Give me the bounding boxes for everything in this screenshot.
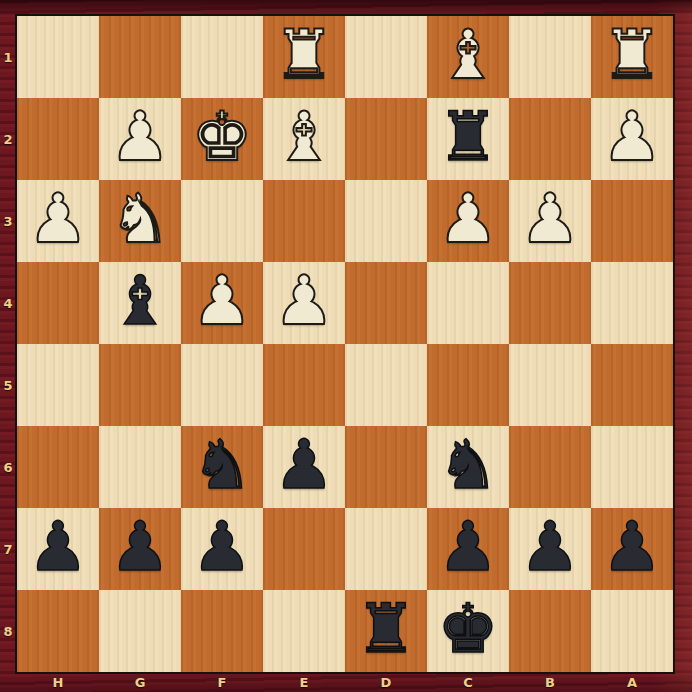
square-c2[interactable]: ♜: [427, 98, 509, 180]
rank-label-3: 3: [0, 180, 16, 262]
square-f4[interactable]: ♟: [181, 262, 263, 344]
square-e1[interactable]: ♜: [263, 16, 345, 98]
square-a6[interactable]: [591, 426, 673, 508]
square-h3[interactable]: ♟: [17, 180, 99, 262]
rank-label-8: 8: [0, 590, 16, 672]
square-g6[interactable]: [99, 426, 181, 508]
file-label-h: H: [17, 672, 99, 692]
black-knight[interactable]: ♞: [192, 431, 253, 499]
square-f3[interactable]: [181, 180, 263, 262]
square-e6[interactable]: ♟: [263, 426, 345, 508]
square-e4[interactable]: ♟: [263, 262, 345, 344]
square-d2[interactable]: [345, 98, 427, 180]
file-label-f: F: [181, 672, 263, 692]
square-d3[interactable]: [345, 180, 427, 262]
square-g3[interactable]: ♞: [99, 180, 181, 262]
rank-label-2: 2: [0, 98, 16, 180]
rank-label-7: 7: [0, 508, 16, 590]
square-g8[interactable]: [99, 590, 181, 672]
square-g2[interactable]: ♟: [99, 98, 181, 180]
square-e8[interactable]: [263, 590, 345, 672]
white-bishop[interactable]: ♝: [274, 103, 335, 171]
black-pawn[interactable]: ♟: [28, 513, 89, 581]
black-pawn[interactable]: ♟: [192, 513, 253, 581]
white-king[interactable]: ♚: [192, 103, 253, 171]
white-pawn[interactable]: ♟: [602, 103, 663, 171]
black-king[interactable]: ♚: [438, 595, 499, 663]
white-pawn[interactable]: ♟: [438, 185, 499, 253]
white-rook[interactable]: ♜: [602, 21, 663, 89]
black-rook[interactable]: ♜: [438, 103, 499, 171]
square-a4[interactable]: [591, 262, 673, 344]
square-a3[interactable]: [591, 180, 673, 262]
square-e5[interactable]: [263, 344, 345, 426]
file-label-c: C: [427, 672, 509, 692]
white-rook[interactable]: ♜: [274, 21, 335, 89]
square-e7[interactable]: [263, 508, 345, 590]
square-d5[interactable]: [345, 344, 427, 426]
square-a5[interactable]: [591, 344, 673, 426]
square-f7[interactable]: ♟: [181, 508, 263, 590]
square-c3[interactable]: ♟: [427, 180, 509, 262]
white-pawn[interactable]: ♟: [28, 185, 89, 253]
rank-label-1: 1: [0, 16, 16, 98]
white-pawn[interactable]: ♟: [274, 267, 335, 335]
black-pawn[interactable]: ♟: [438, 513, 499, 581]
file-label-b: B: [509, 672, 591, 692]
square-d1[interactable]: [345, 16, 427, 98]
square-h8[interactable]: [17, 590, 99, 672]
square-h6[interactable]: [17, 426, 99, 508]
square-f1[interactable]: [181, 16, 263, 98]
square-b3[interactable]: ♟: [509, 180, 591, 262]
square-f5[interactable]: [181, 344, 263, 426]
square-g1[interactable]: [99, 16, 181, 98]
white-knight[interactable]: ♞: [110, 185, 171, 253]
square-d4[interactable]: [345, 262, 427, 344]
white-pawn[interactable]: ♟: [192, 267, 253, 335]
square-b2[interactable]: [509, 98, 591, 180]
square-b1[interactable]: [509, 16, 591, 98]
square-h4[interactable]: [17, 262, 99, 344]
file-label-g: G: [99, 672, 181, 692]
square-e2[interactable]: ♝: [263, 98, 345, 180]
square-f6[interactable]: ♞: [181, 426, 263, 508]
square-b5[interactable]: [509, 344, 591, 426]
square-h5[interactable]: [17, 344, 99, 426]
square-a8[interactable]: [591, 590, 673, 672]
square-h7[interactable]: ♟: [17, 508, 99, 590]
black-bishop[interactable]: ♝: [110, 267, 171, 335]
square-b8[interactable]: [509, 590, 591, 672]
rank-label-4: 4: [0, 262, 16, 344]
rank-label-5: 5: [0, 344, 16, 426]
square-a7[interactable]: ♟: [591, 508, 673, 590]
square-g4[interactable]: ♝: [99, 262, 181, 344]
white-bishop[interactable]: ♝: [438, 21, 499, 89]
square-b4[interactable]: [509, 262, 591, 344]
square-a1[interactable]: ♜: [591, 16, 673, 98]
square-a2[interactable]: ♟: [591, 98, 673, 180]
square-e3[interactable]: [263, 180, 345, 262]
square-d7[interactable]: [345, 508, 427, 590]
black-pawn[interactable]: ♟: [602, 513, 663, 581]
square-d8[interactable]: ♜: [345, 590, 427, 672]
square-g5[interactable]: [99, 344, 181, 426]
rank-label-6: 6: [0, 426, 16, 508]
square-b7[interactable]: ♟: [509, 508, 591, 590]
black-rook[interactable]: ♜: [356, 595, 417, 663]
square-b6[interactable]: [509, 426, 591, 508]
file-label-d: D: [345, 672, 427, 692]
square-c1[interactable]: ♝: [427, 16, 509, 98]
square-c7[interactable]: ♟: [427, 508, 509, 590]
square-h1[interactable]: [17, 16, 99, 98]
file-label-e: E: [263, 672, 345, 692]
square-f2[interactable]: ♚: [181, 98, 263, 180]
file-label-a: A: [591, 672, 673, 692]
black-pawn[interactable]: ♟: [520, 513, 581, 581]
square-c4[interactable]: [427, 262, 509, 344]
square-g7[interactable]: ♟: [99, 508, 181, 590]
square-c6[interactable]: ♞: [427, 426, 509, 508]
chess-board: ♜♝♜♟♚♝♜♟♟♞♟♟♝♟♟♞♟♞♟♟♟♟♟♟♜♚: [17, 16, 673, 672]
square-f8[interactable]: [181, 590, 263, 672]
square-h2[interactable]: [17, 98, 99, 180]
square-d6[interactable]: [345, 426, 427, 508]
black-pawn[interactable]: ♟: [274, 431, 335, 499]
square-c8[interactable]: ♚: [427, 590, 509, 672]
black-knight[interactable]: ♞: [438, 431, 499, 499]
white-pawn[interactable]: ♟: [520, 185, 581, 253]
chess-board-screenshot: ♜♝♜♟♚♝♜♟♟♞♟♟♝♟♟♞♟♞♟♟♟♟♟♟♜♚ 12345678 HGFE…: [0, 0, 692, 692]
black-pawn[interactable]: ♟: [110, 513, 171, 581]
white-pawn[interactable]: ♟: [110, 103, 171, 171]
square-c5[interactable]: [427, 344, 509, 426]
